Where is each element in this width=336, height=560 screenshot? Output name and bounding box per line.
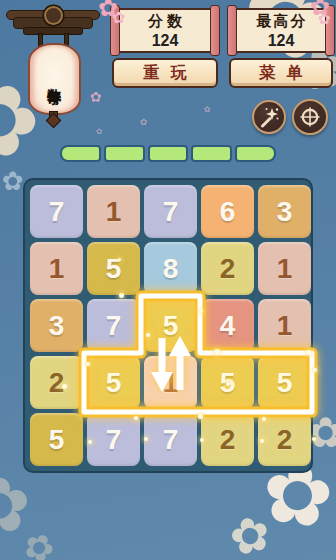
lantern-body: 数字传奇: [28, 43, 81, 115]
tile-r3c1[interactable]: 3: [30, 299, 83, 352]
score-value: 124: [152, 32, 179, 50]
progress-segment: [148, 145, 189, 162]
tile-r2c4[interactable]: 2: [201, 242, 254, 295]
game-board: 7176315821375412515557722: [23, 178, 313, 473]
tile-r5c2[interactable]: 7: [87, 413, 140, 466]
petal-decoration: [96, 128, 103, 136]
flower-decoration: [0, 468, 31, 543]
scroll-rod: [227, 5, 237, 56]
progress-segment: [235, 145, 276, 162]
tile-r3c3[interactable]: 5: [144, 299, 197, 352]
magic-wand-icon: [258, 106, 280, 128]
game-title: 数字传奇: [48, 77, 62, 81]
tile-r4c5[interactable]: 5: [258, 356, 311, 409]
tile-r1c5[interactable]: 3: [258, 185, 311, 238]
score-label: 分数: [144, 12, 186, 31]
score-panel: 分数 124: [112, 8, 218, 53]
flower-decoration: [225, 508, 276, 560]
tile-r4c4[interactable]: 5: [201, 356, 254, 409]
target-crosshair-icon: [298, 105, 322, 129]
flower-decoration: [2, 168, 24, 194]
tile-r5c1[interactable]: 5: [30, 413, 83, 466]
tile-r1c3[interactable]: 7: [144, 185, 197, 238]
best-score-value: 124: [268, 32, 295, 50]
tile-r1c1[interactable]: 7: [30, 185, 83, 238]
tile-r1c2[interactable]: 1: [87, 185, 140, 238]
tile-r3c4[interactable]: 4: [201, 299, 254, 352]
scroll-rod: [325, 5, 335, 56]
menu-button-label: 菜单: [249, 63, 314, 84]
tile-r5c3[interactable]: 7: [144, 413, 197, 466]
scroll-rod: [110, 5, 120, 56]
tile-r4c2[interactable]: 5: [87, 356, 140, 409]
best-score-panel: 最高分 124: [229, 8, 333, 53]
tile-r2c3[interactable]: 8: [144, 242, 197, 295]
progress-segment: [104, 145, 145, 162]
best-score-label: 最高分: [255, 12, 308, 31]
progress-bar: [60, 145, 276, 162]
progress-segment: [60, 145, 101, 162]
tile-r3c5[interactable]: 1: [258, 299, 311, 352]
flower-decoration: [18, 525, 61, 560]
tile-r4c3[interactable]: 1: [144, 356, 197, 409]
petal-decoration: [140, 118, 148, 127]
tile-r1c4[interactable]: 6: [201, 185, 254, 238]
tile-r2c1[interactable]: 1: [30, 242, 83, 295]
lantern-emblem: [44, 6, 63, 25]
tile-r2c2[interactable]: 5: [87, 242, 140, 295]
replay-button[interactable]: 重玩: [112, 58, 218, 88]
progress-segment: [191, 145, 232, 162]
tile-r3c2[interactable]: 7: [87, 299, 140, 352]
petal-decoration: [204, 106, 211, 114]
tile-r4c1[interactable]: 2: [30, 356, 83, 409]
scroll-rod: [210, 5, 220, 56]
tile-r2c5[interactable]: 1: [258, 242, 311, 295]
tile-r5c5[interactable]: 2: [258, 413, 311, 466]
menu-button[interactable]: 菜单: [229, 58, 333, 88]
title-lantern: 数字传奇: [4, 6, 104, 124]
replay-button-label: 重玩: [133, 63, 198, 84]
target-button[interactable]: [292, 99, 328, 135]
game-screen: 数字传奇 分数 124 最高分 124 重玩 菜单: [0, 0, 336, 560]
sparkle: [313, 368, 317, 372]
tile-r5c4[interactable]: 2: [201, 413, 254, 466]
magic-wand-button[interactable]: [252, 100, 286, 134]
